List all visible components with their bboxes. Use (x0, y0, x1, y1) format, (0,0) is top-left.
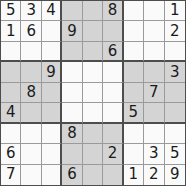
cell-r2c2: 6 (21, 21, 41, 41)
cell-r5c7[interactable] (124, 83, 144, 103)
cell-r1c6: 8 (103, 1, 123, 21)
cell-r5c4[interactable] (62, 83, 82, 103)
cell-r7c7[interactable] (124, 124, 144, 144)
cell-r9c5[interactable] (83, 165, 103, 185)
cell-r5c3[interactable] (42, 83, 62, 103)
cell-r7c4: 8 (62, 124, 82, 144)
cell-r2c4: 9 (62, 21, 82, 41)
cell-r3c4[interactable] (62, 42, 82, 62)
cell-r7c8[interactable] (144, 124, 164, 144)
cell-r9c9: 9 (165, 165, 185, 185)
cell-r4c8[interactable] (144, 62, 164, 82)
cell-r6c4[interactable] (62, 103, 82, 123)
cell-r3c6: 6 (103, 42, 123, 62)
cell-r6c3[interactable] (42, 103, 62, 123)
cell-r2c1: 1 (1, 21, 21, 41)
cell-r6c2[interactable] (21, 103, 41, 123)
cell-r8c4[interactable] (62, 144, 82, 164)
cell-r7c3[interactable] (42, 124, 62, 144)
cell-r5c2: 8 (21, 83, 41, 103)
cell-r6c9[interactable] (165, 103, 185, 123)
cell-r1c9: 1 (165, 1, 185, 21)
cell-r5c8: 7 (144, 83, 164, 103)
cell-r7c6[interactable] (103, 124, 123, 144)
cell-r8c5[interactable] (83, 144, 103, 164)
cell-r3c9[interactable] (165, 42, 185, 62)
cell-r1c3: 4 (42, 1, 62, 21)
cell-r8c2[interactable] (21, 144, 41, 164)
cell-r1c8[interactable] (144, 1, 164, 21)
cell-r3c7[interactable] (124, 42, 144, 62)
cell-r1c7[interactable] (124, 1, 144, 21)
cell-r7c5[interactable] (83, 124, 103, 144)
cell-r8c8: 3 (144, 144, 164, 164)
cell-r1c1: 5 (1, 1, 21, 21)
cell-r7c1[interactable] (1, 124, 21, 144)
cell-r2c7[interactable] (124, 21, 144, 41)
cell-r2c3[interactable] (42, 21, 62, 41)
cell-r3c1[interactable] (1, 42, 21, 62)
cell-r4c1[interactable] (1, 62, 21, 82)
cell-r4c2[interactable] (21, 62, 41, 82)
cell-r5c5[interactable] (83, 83, 103, 103)
cell-r9c7: 1 (124, 165, 144, 185)
cell-r8c9: 5 (165, 144, 185, 164)
cell-r9c6[interactable] (103, 165, 123, 185)
cell-r8c7[interactable] (124, 144, 144, 164)
cell-r3c5[interactable] (83, 42, 103, 62)
cell-r4c7[interactable] (124, 62, 144, 82)
cell-r1c4[interactable] (62, 1, 82, 21)
cell-r6c1: 4 (1, 103, 21, 123)
cell-r1c5[interactable] (83, 1, 103, 21)
cell-r2c8[interactable] (144, 21, 164, 41)
cell-r6c8[interactable] (144, 103, 164, 123)
cell-r7c2[interactable] (21, 124, 41, 144)
cell-r8c1: 6 (1, 144, 21, 164)
cell-r8c3[interactable] (42, 144, 62, 164)
cell-r1c2: 3 (21, 1, 41, 21)
cell-r7c9[interactable] (165, 124, 185, 144)
cell-r2c5[interactable] (83, 21, 103, 41)
cell-r3c8[interactable] (144, 42, 164, 62)
cell-r9c1: 7 (1, 165, 21, 185)
cell-r9c2[interactable] (21, 165, 41, 185)
cell-r5c9[interactable] (165, 83, 185, 103)
cell-r2c6[interactable] (103, 21, 123, 41)
cell-r2c9: 2 (165, 21, 185, 41)
cell-r4c3: 9 (42, 62, 62, 82)
cell-r4c6[interactable] (103, 62, 123, 82)
cell-r4c5[interactable] (83, 62, 103, 82)
cell-r6c7: 5 (124, 103, 144, 123)
cell-r3c2[interactable] (21, 42, 41, 62)
cell-r6c6[interactable] (103, 103, 123, 123)
cell-r9c3[interactable] (42, 165, 62, 185)
cell-r9c4: 6 (62, 165, 82, 185)
cell-r5c6[interactable] (103, 83, 123, 103)
cell-r8c6: 2 (103, 144, 123, 164)
cell-r9c8: 2 (144, 165, 164, 185)
cell-r5c1[interactable] (1, 83, 21, 103)
cell-r4c4[interactable] (62, 62, 82, 82)
cell-r4c9: 3 (165, 62, 185, 82)
cell-r6c5[interactable] (83, 103, 103, 123)
cell-r3c3[interactable] (42, 42, 62, 62)
sudoku-board: 53481169269387458623576129 (0, 0, 186, 186)
